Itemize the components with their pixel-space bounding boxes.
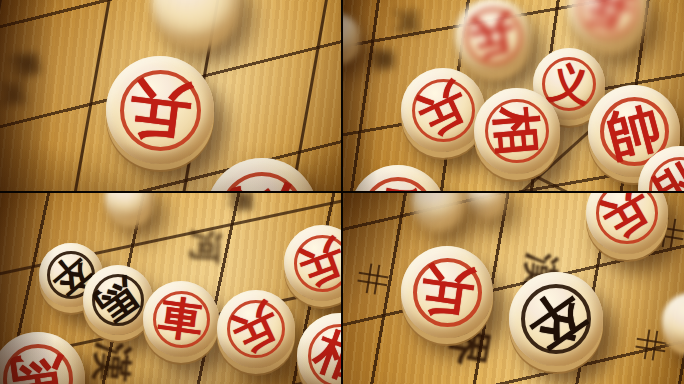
piece-character: 馬 xyxy=(197,149,327,191)
board-inscription: 界 xyxy=(1,47,47,85)
board-inscription: 界 xyxy=(362,46,399,75)
piece-body: 相 xyxy=(297,313,341,384)
piece-body: 兵 xyxy=(350,165,446,191)
piece-character: 兵 xyxy=(395,240,499,344)
piece-character: 兵 xyxy=(100,50,220,170)
piece-body: 卒 xyxy=(509,272,603,366)
position-marker-cross xyxy=(356,262,390,296)
xiangqi-piece-red-elephant-partial[interactable]: 相 xyxy=(638,146,684,191)
piece-body: 兵 xyxy=(568,0,648,48)
xiangqi-piece-red-elephant-partial[interactable]: 相 xyxy=(297,313,341,384)
xiangqi-photo-collage: 界河兵馬 河界兵兵义兵相帥相兵 河漢界兵卒馬車兵相馬 漢界兵兵卒 xyxy=(0,0,684,384)
piece-body: 兵 xyxy=(106,56,214,164)
photo-panel-bottom-right: 漢界兵兵卒 xyxy=(343,193,684,384)
piece-body: 相 xyxy=(474,88,560,174)
piece-body: 相 xyxy=(638,146,684,191)
xiangqi-piece-red-horse-partial[interactable]: 馬 xyxy=(206,158,318,191)
xiangqi-piece-red-soldier-blurred[interactable]: 兵 xyxy=(568,0,648,48)
xiangqi-piece-red-soldier[interactable]: 兵 xyxy=(401,246,493,338)
piece-character: 卒 xyxy=(491,254,622,384)
piece-body: 兵 xyxy=(586,193,668,254)
piece-body: 兵 xyxy=(401,246,493,338)
xiangqi-piece-defocused-piece xyxy=(412,193,464,225)
piece-body xyxy=(105,193,153,221)
board-inscription: 河 xyxy=(388,8,425,37)
piece-body xyxy=(343,14,359,58)
piece-character: 馬 xyxy=(0,326,91,384)
photo-panel-top-left: 界河兵馬 xyxy=(0,0,341,191)
piece-body: 馬 xyxy=(0,332,85,384)
xiangqi-piece-defocused-piece xyxy=(662,293,684,349)
piece-character: 相 xyxy=(470,84,563,177)
piece-character: 兵 xyxy=(571,193,683,269)
piece-body xyxy=(662,293,684,349)
xiangqi-piece-red-soldier[interactable]: 兵 xyxy=(106,56,214,164)
xiangqi-piece-defocused-piece xyxy=(152,0,240,44)
piece-body: 馬 xyxy=(206,158,318,191)
xiangqi-piece-black-soldier[interactable]: 卒 xyxy=(509,272,603,366)
piece-body xyxy=(152,0,240,44)
pieces-layer: 河漢界兵卒馬車兵相馬 xyxy=(0,193,341,384)
xiangqi-piece-defocused-piece xyxy=(105,193,153,221)
pieces-layer: 河界兵兵义兵相帥相兵 xyxy=(343,0,684,191)
xiangqi-piece-red-soldier-partial[interactable]: 兵 xyxy=(350,165,446,191)
piece-body xyxy=(466,193,506,213)
piece-character: 兵 xyxy=(343,157,454,191)
board-inscription: 界 xyxy=(223,193,258,214)
xiangqi-piece-defocused-piece xyxy=(343,14,359,58)
photo-panel-bottom-left: 河漢界兵卒馬車兵相馬 xyxy=(0,193,341,384)
xiangqi-piece-defocused-piece xyxy=(466,193,506,213)
board-inscription: 河 xyxy=(181,229,228,265)
pieces-layer: 界河兵馬 xyxy=(0,0,341,191)
xiangqi-piece-red-horse-partial[interactable]: 馬 xyxy=(0,332,85,384)
xiangqi-piece-red-elephant[interactable]: 相 xyxy=(474,88,560,174)
board-inscription: 河 xyxy=(0,78,31,110)
piece-body xyxy=(412,193,464,225)
piece-body: 兵 xyxy=(217,290,295,368)
photo-panel-top-right: 河界兵兵义兵相帥相兵 xyxy=(343,0,684,191)
xiangqi-piece-red-soldier[interactable]: 兵 xyxy=(217,290,295,368)
xiangqi-piece-red-soldier[interactable]: 兵 xyxy=(586,193,668,254)
pieces-layer: 漢界兵兵卒 xyxy=(343,193,684,384)
